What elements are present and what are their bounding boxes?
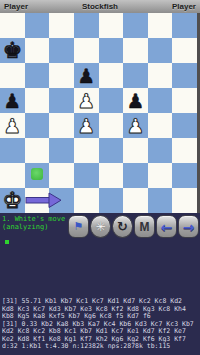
right-arrow-icon: → — [183, 220, 195, 234]
square-a4[interactable]: ♟ — [0, 113, 25, 138]
white-player-label: Player — [4, 2, 28, 11]
square-h6[interactable] — [172, 63, 197, 88]
square-f4[interactable]: ♟ — [123, 113, 148, 138]
black-pawn: ♟ — [126, 91, 144, 111]
engine-name-label: Stockfish — [82, 2, 118, 11]
square-b4[interactable] — [25, 113, 50, 138]
square-g1[interactable] — [148, 188, 173, 213]
square-f3[interactable] — [123, 138, 148, 163]
square-a8[interactable] — [0, 13, 25, 38]
square-f8[interactable] — [123, 13, 148, 38]
black-player-label: Player — [172, 2, 196, 11]
white-pawn: ♟ — [77, 116, 95, 136]
square-a7[interactable]: ♚ — [0, 38, 25, 63]
square-b5[interactable] — [25, 88, 50, 113]
square-b1[interactable] — [25, 188, 50, 213]
square-g4[interactable] — [148, 113, 173, 138]
pieces-button[interactable]: ✳ — [90, 215, 111, 238]
square-g7[interactable] — [148, 38, 173, 63]
square-h4[interactable] — [172, 113, 197, 138]
notation-flag-button[interactable]: ⚑ — [68, 215, 89, 238]
forward-move-button[interactable]: → — [178, 215, 199, 238]
square-c4[interactable] — [49, 113, 74, 138]
square-e7[interactable] — [99, 38, 124, 63]
square-f2[interactable] — [123, 163, 148, 188]
square-d1[interactable] — [74, 188, 99, 213]
black-king: ♚ — [2, 40, 22, 62]
engine-output-line: d:32 1:Kb1 t:4.30 n:12382k nps:2878k tb:… — [2, 343, 198, 351]
white-pawn: ♟ — [126, 116, 144, 136]
square-a5[interactable]: ♟ — [0, 88, 25, 113]
square-e2[interactable] — [99, 163, 124, 188]
menu-button[interactable]: M — [134, 215, 155, 238]
square-f7[interactable] — [123, 38, 148, 63]
square-b6[interactable] — [25, 63, 50, 88]
square-b2[interactable] — [25, 163, 50, 188]
square-g5[interactable] — [148, 88, 173, 113]
square-a1[interactable]: ♚ — [0, 188, 25, 213]
app-screen: Player Stockfish Player ♚♟♟♟♟♟♟♟♚ 1. Whi… — [0, 0, 200, 355]
status-text: 1. White's move (analyzing) — [2, 215, 65, 231]
square-b3[interactable] — [25, 138, 50, 163]
square-g6[interactable] — [148, 63, 173, 88]
white-pawn: ♟ — [77, 91, 95, 111]
square-h1[interactable] — [172, 188, 197, 213]
control-panel: 1. White's move (analyzing) ⚑✳↻M←→ [31] … — [0, 213, 200, 355]
left-arrow-icon: ← — [161, 220, 173, 234]
square-b8[interactable] — [25, 13, 50, 38]
square-e3[interactable] — [99, 138, 124, 163]
square-c7[interactable] — [49, 38, 74, 63]
black-pawn: ♟ — [3, 91, 21, 111]
chess-board[interactable]: ♚♟♟♟♟♟♟♟♚ — [0, 13, 197, 213]
square-f6[interactable] — [123, 63, 148, 88]
flag-icon: ⚑ — [74, 221, 84, 232]
square-e5[interactable] — [99, 88, 124, 113]
square-h7[interactable] — [172, 38, 197, 63]
square-a2[interactable] — [0, 163, 25, 188]
square-h8[interactable] — [172, 13, 197, 38]
toolbar: ⚑✳↻M←→ — [68, 215, 199, 238]
square-e1[interactable] — [99, 188, 124, 213]
square-e4[interactable] — [99, 113, 124, 138]
cursor-dot — [5, 240, 9, 244]
square-d2[interactable] — [74, 163, 99, 188]
square-b7[interactable] — [25, 38, 50, 63]
square-d8[interactable] — [74, 13, 99, 38]
square-d6[interactable]: ♟ — [74, 63, 99, 88]
square-c5[interactable] — [49, 88, 74, 113]
square-h5[interactable] — [172, 88, 197, 113]
square-c3[interactable] — [49, 138, 74, 163]
square-g3[interactable] — [148, 138, 173, 163]
square-c6[interactable] — [49, 63, 74, 88]
square-a6[interactable] — [0, 63, 25, 88]
square-d5[interactable]: ♟ — [74, 88, 99, 113]
board-edge — [197, 13, 200, 213]
square-g2[interactable] — [148, 163, 173, 188]
m-icon: M — [140, 221, 150, 233]
rotate-button[interactable]: ↻ — [112, 215, 133, 238]
back-move-button[interactable]: ← — [156, 215, 177, 238]
square-f1[interactable] — [123, 188, 148, 213]
square-c8[interactable] — [49, 13, 74, 38]
title-bar: Player Stockfish Player — [0, 0, 200, 13]
square-d3[interactable] — [74, 138, 99, 163]
square-f5[interactable]: ♟ — [123, 88, 148, 113]
square-c1[interactable] — [49, 188, 74, 213]
square-h3[interactable] — [172, 138, 197, 163]
engine-console[interactable]: [31] 55.71 Kb1 Kb7 Kc1 Kc7 Kd1 Kd7 Kc2 K… — [2, 298, 198, 354]
square-a3[interactable] — [0, 138, 25, 163]
square-h2[interactable] — [172, 163, 197, 188]
rotate-arrow-icon: ↻ — [117, 220, 128, 233]
square-e6[interactable] — [99, 63, 124, 88]
square-g8[interactable] — [148, 13, 173, 38]
square-c2[interactable] — [49, 163, 74, 188]
square-e8[interactable] — [99, 13, 124, 38]
white-pawn: ♟ — [3, 116, 21, 136]
square-d4[interactable]: ♟ — [74, 113, 99, 138]
sparkle-icon: ✳ — [95, 221, 105, 233]
white-king: ♚ — [2, 190, 22, 212]
black-pawn: ♟ — [77, 66, 95, 86]
square-d7[interactable] — [74, 38, 99, 63]
